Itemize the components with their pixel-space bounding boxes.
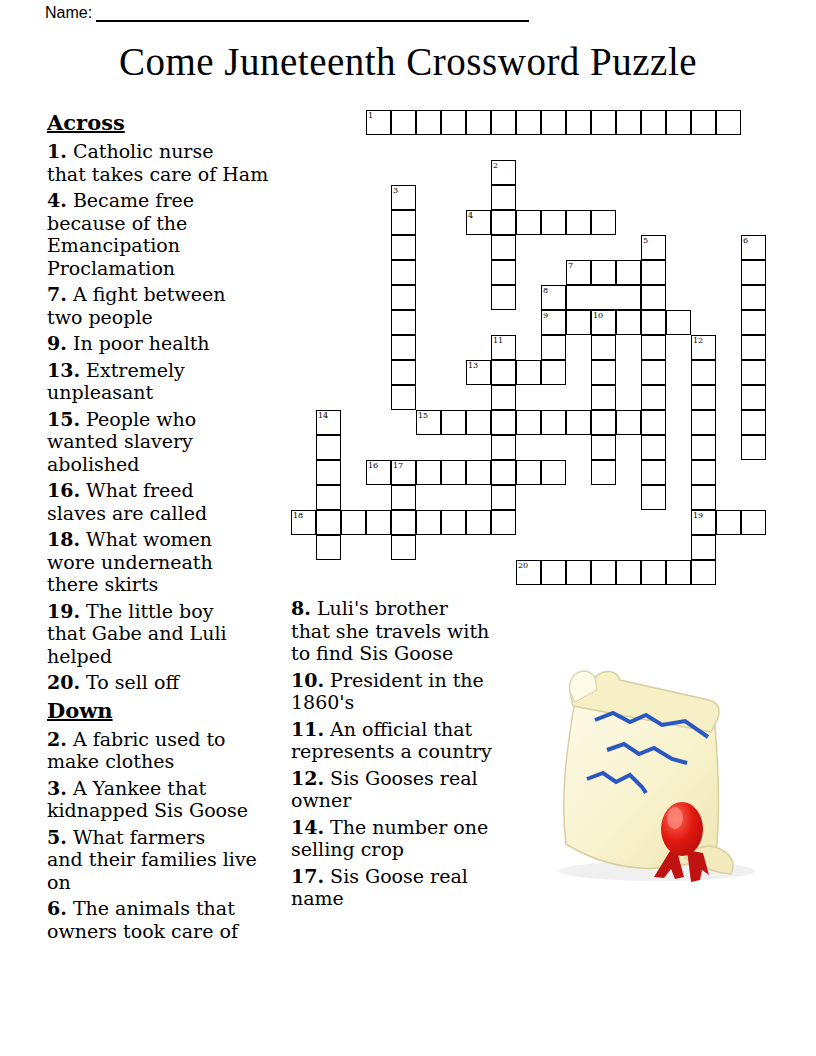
cell-number: 14 bbox=[318, 411, 328, 420]
grid-cell bbox=[366, 510, 391, 535]
grid-cell bbox=[416, 110, 441, 135]
name-label: Name: bbox=[45, 4, 92, 21]
worksheet-page: Name: Come Juneteenth Crossword Puzzle A… bbox=[0, 0, 816, 1056]
grid-cell bbox=[391, 260, 416, 285]
page-title: Come Juneteenth Crossword Puzzle bbox=[0, 42, 816, 83]
grid-cell bbox=[691, 535, 716, 560]
clue-2: 2. A fabric used to make clothes bbox=[47, 728, 289, 773]
grid-cell bbox=[491, 410, 516, 435]
grid-cell bbox=[666, 560, 691, 585]
grid-cell bbox=[441, 510, 466, 535]
grid-cell bbox=[741, 410, 766, 435]
crossword-grid: 1234567891011121314151617181920 bbox=[291, 110, 766, 585]
clue-10: 10. President in the 1860's bbox=[291, 669, 515, 714]
grid-cell bbox=[391, 110, 416, 135]
grid-cell bbox=[691, 460, 716, 485]
clue-text: A fight between two people bbox=[47, 283, 225, 328]
grid-cell bbox=[466, 110, 491, 135]
clue-15: 15. People who wanted slavery abolished bbox=[47, 408, 289, 476]
grid-cell bbox=[316, 460, 341, 485]
clue-text: Luli's brother that she travels with to … bbox=[291, 597, 489, 664]
grid-cell bbox=[691, 385, 716, 410]
clue-number: 10. bbox=[291, 669, 324, 691]
grid-cell bbox=[441, 410, 466, 435]
grid-cell bbox=[491, 210, 516, 235]
grid-cell: 11 bbox=[491, 335, 516, 360]
grid-cell bbox=[491, 460, 516, 485]
grid-cell: 7 bbox=[566, 260, 591, 285]
clue-number: 19. bbox=[47, 600, 80, 622]
grid-cell bbox=[641, 310, 666, 335]
grid-cell bbox=[641, 335, 666, 360]
cell-number: 7 bbox=[568, 261, 573, 270]
grid-cell bbox=[691, 560, 716, 585]
name-blank-line bbox=[96, 5, 529, 22]
grid-cell bbox=[591, 560, 616, 585]
grid-cell bbox=[316, 485, 341, 510]
clue-9: 9. In poor health bbox=[47, 332, 289, 355]
grid-cell bbox=[616, 260, 641, 285]
grid-cell bbox=[391, 385, 416, 410]
clue-number: 20. bbox=[47, 671, 80, 693]
grid-cell bbox=[391, 360, 416, 385]
cell-number: 20 bbox=[518, 561, 528, 570]
grid-cell bbox=[641, 435, 666, 460]
grid-cell bbox=[616, 110, 641, 135]
clue-20: 20. To sell off bbox=[47, 671, 289, 694]
grid-cell bbox=[416, 510, 441, 535]
clues-left-column: Across 1. Catholic nurse that takes care… bbox=[47, 110, 289, 946]
grid-cell bbox=[666, 110, 691, 135]
grid-cell bbox=[641, 385, 666, 410]
clue-3: 3. A Yankee that kidnapped Sis Goose bbox=[47, 777, 289, 822]
clue-11: 11. An official that represents a countr… bbox=[291, 718, 515, 763]
grid-cell bbox=[541, 335, 566, 360]
clue-text: The animals that owners took care of bbox=[47, 897, 238, 942]
clue-number: 4. bbox=[47, 189, 67, 211]
clue-text: A Yankee that kidnapped Sis Goose bbox=[47, 777, 248, 822]
grid-cell bbox=[491, 485, 516, 510]
clue-18: 18. What women wore underneath there ski… bbox=[47, 528, 289, 596]
grid-cell: 16 bbox=[366, 460, 391, 485]
wax-seal-icon bbox=[661, 802, 703, 856]
grid-cell bbox=[716, 110, 741, 135]
grid-cell bbox=[666, 310, 691, 335]
grid-cell bbox=[491, 110, 516, 135]
grid-cell bbox=[541, 560, 566, 585]
clue-number: 1. bbox=[47, 140, 67, 162]
grid-cell bbox=[591, 210, 616, 235]
grid-cell bbox=[516, 110, 541, 135]
grid-cell bbox=[641, 285, 666, 310]
grid-cell: 2 bbox=[491, 160, 516, 185]
clue-number: 14. bbox=[291, 816, 324, 838]
down-clues-left-list: 2. A fabric used to make clothes3. A Yan… bbox=[47, 728, 289, 943]
grid-cell bbox=[741, 385, 766, 410]
grid-cell bbox=[391, 335, 416, 360]
grid-cell: 19 bbox=[691, 510, 716, 535]
grid-cell bbox=[391, 310, 416, 335]
grid-cell bbox=[691, 410, 716, 435]
clue-16: 16. What freed slaves are called bbox=[47, 479, 289, 524]
clue-14: 14. The number one selling crop bbox=[291, 816, 515, 861]
grid-cell: 9 bbox=[541, 310, 566, 335]
grid-cell: 6 bbox=[741, 235, 766, 260]
grid-cell bbox=[566, 410, 591, 435]
cell-number: 12 bbox=[693, 336, 703, 345]
grid-cell bbox=[541, 460, 566, 485]
grid-cell bbox=[491, 235, 516, 260]
clue-number: 18. bbox=[47, 528, 80, 550]
cell-number: 11 bbox=[493, 336, 503, 345]
clue-number: 12. bbox=[291, 767, 324, 789]
clue-6: 6. The animals that owners took care of bbox=[47, 897, 289, 942]
grid-cell bbox=[516, 360, 541, 385]
grid-cell bbox=[466, 460, 491, 485]
clue-1: 1. Catholic nurse that takes care of Ham bbox=[47, 140, 289, 185]
grid-cell bbox=[391, 285, 416, 310]
grid-cell bbox=[641, 460, 666, 485]
grid-cell: 3 bbox=[391, 185, 416, 210]
grid-cell bbox=[591, 410, 616, 435]
clue-text: Catholic nurse that takes care of Ham bbox=[47, 140, 268, 185]
clue-text: In poor health bbox=[73, 332, 210, 354]
cell-number: 1 bbox=[368, 111, 373, 120]
grid-cell bbox=[441, 460, 466, 485]
name-row: Name: bbox=[45, 4, 529, 22]
grid-cell bbox=[591, 260, 616, 285]
grid-cell bbox=[466, 410, 491, 435]
grid-cell bbox=[566, 210, 591, 235]
grid-cell bbox=[641, 560, 666, 585]
down-clues-middle-list: 8. Luli's brother that she travels with … bbox=[291, 597, 515, 910]
cell-number: 8 bbox=[543, 286, 548, 295]
grid-cell bbox=[566, 560, 591, 585]
grid-cell bbox=[316, 510, 341, 535]
clues-middle-column: 8. Luli's brother that she travels with … bbox=[291, 597, 515, 914]
clue-12: 12. Sis Gooses real owner bbox=[291, 767, 515, 812]
clue-19: 19. The little boy that Gabe and Luli he… bbox=[47, 600, 289, 668]
cell-number: 15 bbox=[418, 411, 428, 420]
cell-number: 13 bbox=[468, 361, 478, 370]
grid-cell bbox=[391, 510, 416, 535]
clue-text: To sell off bbox=[86, 671, 179, 693]
grid-cell bbox=[566, 310, 591, 335]
grid-cell: 1 bbox=[366, 110, 391, 135]
grid-cell bbox=[566, 110, 591, 135]
grid-cell bbox=[391, 210, 416, 235]
clue-number: 15. bbox=[47, 408, 80, 430]
grid-cell bbox=[691, 360, 716, 385]
grid-cell bbox=[641, 360, 666, 385]
grid-cell: 13 bbox=[466, 360, 491, 385]
grid-cell bbox=[491, 185, 516, 210]
grid-cell bbox=[591, 385, 616, 410]
grid-cell: 8 bbox=[541, 285, 566, 310]
grid-cell bbox=[591, 360, 616, 385]
grid-cell bbox=[316, 535, 341, 560]
grid-cell bbox=[641, 260, 666, 285]
grid-cell: 15 bbox=[416, 410, 441, 435]
wax-seal-highlight bbox=[667, 807, 683, 829]
grid-cell: 14 bbox=[316, 410, 341, 435]
grid-cell bbox=[616, 560, 641, 585]
cell-number: 9 bbox=[543, 311, 548, 320]
grid-cell bbox=[516, 210, 541, 235]
grid-cell bbox=[691, 435, 716, 460]
clue-text: Became free because of the Emancipation … bbox=[47, 189, 194, 279]
across-clues-list: 1. Catholic nurse that takes care of Ham… bbox=[47, 140, 289, 694]
certificate-scroll-image bbox=[545, 658, 795, 898]
grid-cell bbox=[391, 535, 416, 560]
clue-number: 7. bbox=[47, 283, 67, 305]
cell-number: 6 bbox=[743, 236, 748, 245]
grid-cell bbox=[491, 510, 516, 535]
grid-cell bbox=[641, 410, 666, 435]
grid-cell bbox=[741, 310, 766, 335]
clue-4: 4. Became free because of the Emancipati… bbox=[47, 189, 289, 279]
cell-number: 3 bbox=[393, 186, 398, 195]
grid-cell bbox=[541, 410, 566, 435]
grid-cell bbox=[741, 435, 766, 460]
clue-17: 17. Sis Goose real name bbox=[291, 865, 515, 910]
cell-number: 2 bbox=[493, 161, 498, 170]
grid-cell: 10 bbox=[591, 310, 616, 335]
clue-number: 13. bbox=[47, 359, 80, 381]
grid-cell: 5 bbox=[641, 235, 666, 260]
grid-cell bbox=[516, 460, 541, 485]
clue-number: 5. bbox=[47, 826, 67, 848]
grid-cell bbox=[391, 485, 416, 510]
clue-7: 7. A fight between two people bbox=[47, 283, 289, 328]
clue-5: 5. What farmers and their families live … bbox=[47, 826, 289, 894]
grid-cell bbox=[516, 410, 541, 435]
cell-number: 17 bbox=[393, 461, 403, 470]
grid-cell bbox=[391, 235, 416, 260]
grid-cell: 12 bbox=[691, 335, 716, 360]
grid-cell: 17 bbox=[391, 460, 416, 485]
grid-cell: 18 bbox=[291, 510, 316, 535]
grid-cell bbox=[616, 410, 641, 435]
grid-cell bbox=[691, 485, 716, 510]
cell-number: 16 bbox=[368, 461, 378, 470]
cell-number: 10 bbox=[593, 311, 603, 320]
down-header: Down bbox=[47, 698, 289, 723]
clue-number: 11. bbox=[291, 718, 324, 740]
grid-cell bbox=[541, 210, 566, 235]
grid-cell bbox=[491, 360, 516, 385]
clue-text: What farmers and their families live on bbox=[47, 826, 257, 893]
grid-cell bbox=[491, 285, 516, 310]
grid-cell bbox=[591, 110, 616, 135]
across-header: Across bbox=[47, 110, 289, 135]
clue-number: 3. bbox=[47, 777, 67, 799]
clue-number: 6. bbox=[47, 897, 67, 919]
grid-cell bbox=[491, 260, 516, 285]
grid-cell: 4 bbox=[466, 210, 491, 235]
grid-cell bbox=[591, 460, 616, 485]
grid-cell bbox=[741, 260, 766, 285]
cell-number: 18 bbox=[293, 511, 303, 520]
grid-cell bbox=[691, 110, 716, 135]
grid-cell bbox=[466, 510, 491, 535]
grid-cell-merged bbox=[566, 285, 641, 310]
cell-number: 4 bbox=[468, 211, 473, 220]
grid-cell bbox=[641, 485, 666, 510]
clue-number: 2. bbox=[47, 728, 67, 750]
grid-cell bbox=[741, 285, 766, 310]
grid-cell bbox=[441, 110, 466, 135]
grid-cell bbox=[491, 435, 516, 460]
grid-cell: 20 bbox=[516, 560, 541, 585]
cell-number: 19 bbox=[693, 511, 703, 520]
clue-number: 9. bbox=[47, 332, 67, 354]
grid-cell bbox=[416, 460, 441, 485]
grid-cell bbox=[741, 335, 766, 360]
grid-cell bbox=[641, 110, 666, 135]
cell-number: 5 bbox=[643, 236, 648, 245]
grid-cell bbox=[741, 360, 766, 385]
grid-cell bbox=[591, 335, 616, 360]
clue-text: A fabric used to make clothes bbox=[47, 728, 226, 773]
grid-cell bbox=[591, 435, 616, 460]
clue-number: 8. bbox=[291, 597, 311, 619]
grid-cell bbox=[541, 360, 566, 385]
grid-cell bbox=[316, 435, 341, 460]
clue-13: 13. Extremely unpleasant bbox=[47, 359, 289, 404]
grid-cell bbox=[616, 310, 641, 335]
grid-cell bbox=[716, 510, 741, 535]
grid-cell bbox=[741, 510, 766, 535]
clue-number: 17. bbox=[291, 865, 324, 887]
clue-8: 8. Luli's brother that she travels with … bbox=[291, 597, 515, 665]
grid-cell bbox=[541, 110, 566, 135]
grid-cell bbox=[341, 510, 366, 535]
clue-number: 16. bbox=[47, 479, 80, 501]
grid-cell bbox=[491, 385, 516, 410]
